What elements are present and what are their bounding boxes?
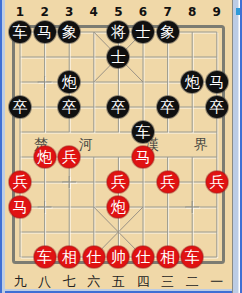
piece-red-cannon[interactable]: 炮 — [34, 146, 56, 168]
piece-black-advisor[interactable]: 士 — [107, 46, 129, 68]
file-label-top-5: 5 — [114, 5, 122, 19]
piece-red-chariot[interactable]: 车 — [34, 246, 56, 268]
piece-black-chariot[interactable]: 车 — [9, 21, 31, 43]
piece-black-horse[interactable]: 马 — [206, 71, 228, 93]
piece-black-soldier[interactable]: 卒 — [9, 96, 31, 118]
piece-red-soldier[interactable]: 兵 — [9, 171, 31, 193]
window-bottom-border — [0, 289, 242, 293]
file-label-top-3: 3 — [65, 5, 73, 19]
piece-black-advisor[interactable]: 士 — [132, 21, 154, 43]
piece-black-soldier[interactable]: 卒 — [107, 96, 129, 118]
piece-black-elephant[interactable]: 象 — [157, 21, 179, 43]
file-label-top-8: 8 — [188, 5, 196, 19]
piece-red-chariot[interactable]: 车 — [181, 246, 203, 268]
piece-red-elephant[interactable]: 相 — [58, 246, 80, 268]
piece-red-soldier[interactable]: 兵 — [206, 171, 228, 193]
piece-black-soldier[interactable]: 卒 — [58, 96, 80, 118]
piece-red-advisor[interactable]: 仕 — [132, 246, 154, 268]
piece-red-advisor[interactable]: 仕 — [83, 246, 105, 268]
piece-red-cannon[interactable]: 炮 — [107, 196, 129, 218]
file-label-top-1: 1 — [16, 5, 24, 19]
file-label-top-7: 7 — [163, 5, 171, 19]
piece-black-horse[interactable]: 马 — [34, 21, 56, 43]
file-label-top-4: 4 — [90, 5, 98, 19]
scrollbar-thumb[interactable] — [236, 8, 240, 15]
piece-black-elephant[interactable]: 象 — [58, 21, 80, 43]
piece-black-soldier[interactable]: 卒 — [157, 96, 179, 118]
piece-red-elephant[interactable]: 相 — [157, 246, 179, 268]
piece-black-soldier[interactable]: 卒 — [206, 96, 228, 118]
piece-red-soldier[interactable]: 兵 — [107, 171, 129, 193]
piece-black-cannon[interactable]: 炮 — [58, 71, 80, 93]
file-label-top-9: 9 — [213, 5, 221, 19]
piece-red-horse[interactable]: 马 — [132, 146, 154, 168]
piece-black-cannon[interactable]: 炮 — [181, 71, 203, 93]
board-grid: 车马象将士象士炮炮马卒卒卒卒卒车炮兵马兵兵兵兵马炮车相仕帅仕相车 — [8, 20, 229, 270]
piece-red-soldier[interactable]: 兵 — [58, 146, 80, 168]
piece-red-general[interactable]: 帅 — [107, 246, 129, 268]
window-left-border — [0, 0, 5, 293]
piece-black-chariot[interactable]: 车 — [132, 121, 154, 143]
piece-black-general[interactable]: 将 — [107, 21, 129, 43]
file-label-top-6: 6 — [139, 5, 147, 19]
piece-red-soldier[interactable]: 兵 — [157, 171, 179, 193]
window-right-border — [232, 0, 242, 293]
file-label-top-2: 2 — [40, 5, 48, 19]
piece-red-horse[interactable]: 马 — [9, 196, 31, 218]
xiangqi-board-window: 123456789 九八七六五四三二一 楚 河 漢 界 车马象将士象士炮炮马卒卒… — [0, 0, 242, 293]
